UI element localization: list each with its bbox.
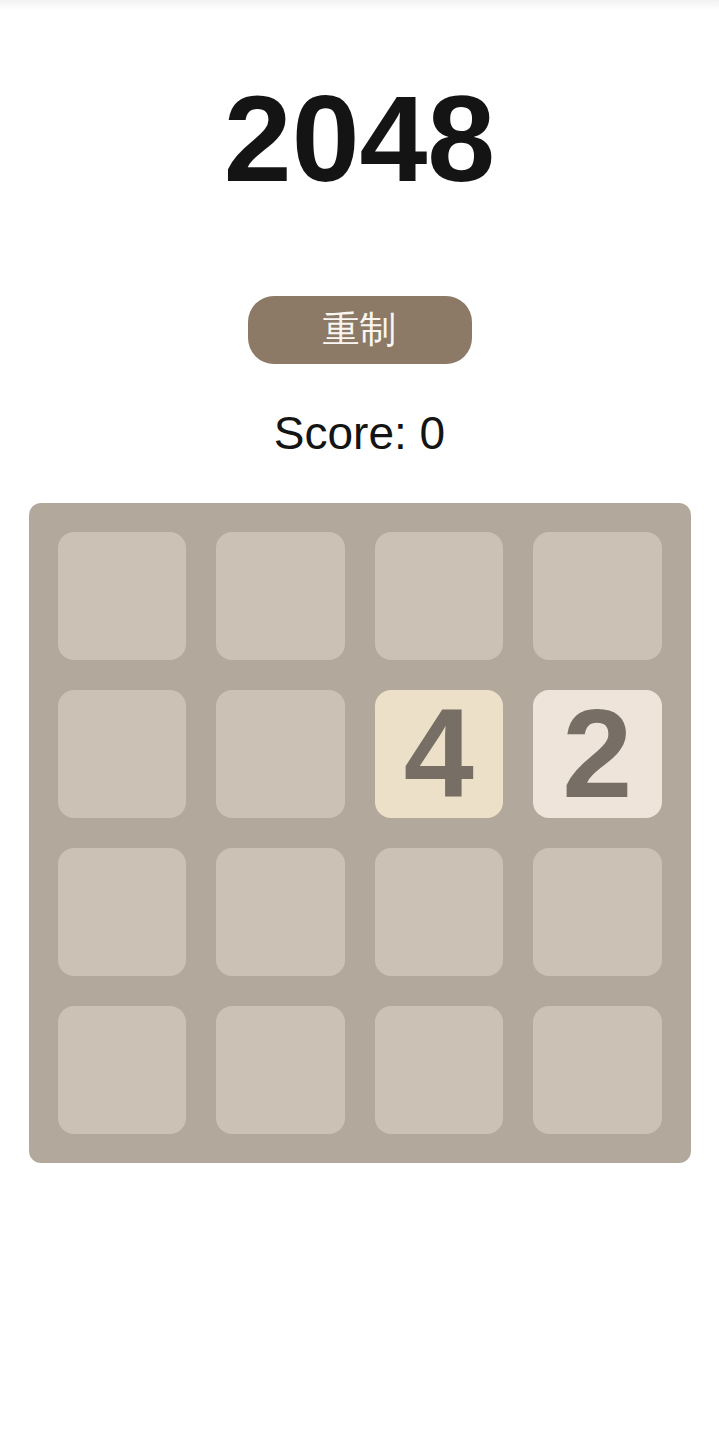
tile-4-r2c3: 4 xyxy=(375,690,504,818)
empty-cell-r3c2 xyxy=(216,848,345,976)
empty-cell-r1c1 xyxy=(58,532,187,660)
empty-cell-r2c2 xyxy=(216,690,345,818)
empty-cell-r1c4 xyxy=(533,532,662,660)
score-text: Score: 0 xyxy=(274,406,445,461)
tile-2-r2c4: 2 xyxy=(533,690,662,818)
empty-cell-r4c4 xyxy=(533,1006,662,1134)
empty-cell-r3c4 xyxy=(533,848,662,976)
reset-button[interactable]: 重制 xyxy=(248,296,472,364)
empty-cell-r2c1 xyxy=(58,690,187,818)
game-page: 2048 重制 Score: 0 42 xyxy=(0,0,719,1163)
empty-cell-r1c3 xyxy=(375,532,504,660)
empty-cell-r1c2 xyxy=(216,532,345,660)
empty-cell-r4c1 xyxy=(58,1006,187,1134)
empty-cell-r4c3 xyxy=(375,1006,504,1134)
game-title: 2048 xyxy=(224,78,495,200)
board[interactable]: 42 xyxy=(29,503,691,1163)
empty-cell-r3c1 xyxy=(58,848,187,976)
empty-cell-r4c2 xyxy=(216,1006,345,1134)
empty-cell-r3c3 xyxy=(375,848,504,976)
